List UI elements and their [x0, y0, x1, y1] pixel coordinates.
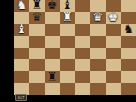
square-e3[interactable] — [75, 59, 90, 71]
square-g7[interactable]: ♚ — [106, 12, 121, 24]
black-rook-icon: ♜ — [31, 0, 42, 11]
square-c2[interactable]: ♜ — [45, 71, 60, 83]
square-b1[interactable] — [29, 83, 44, 95]
square-f7[interactable]: ♛ — [90, 12, 105, 24]
square-b7[interactable]: ♛ — [29, 12, 44, 24]
square-b8[interactable]: ♜ — [29, 0, 44, 12]
white-bishop-icon: ♝ — [16, 24, 27, 35]
square-d1[interactable] — [60, 83, 75, 95]
square-d8[interactable]: ♝ — [60, 0, 75, 12]
square-g3[interactable] — [106, 59, 121, 71]
square-e7[interactable] — [75, 12, 90, 24]
square-c8[interactable]: ♚ — [45, 0, 60, 12]
square-a6[interactable]: ♝ — [14, 24, 29, 36]
black-bishop-icon: ♝ — [62, 0, 73, 11]
square-b2[interactable] — [29, 71, 44, 83]
square-e8[interactable] — [75, 0, 90, 12]
square-e4[interactable] — [75, 48, 90, 60]
square-a3[interactable] — [14, 59, 29, 71]
square-g8[interactable] — [106, 0, 121, 12]
square-e6[interactable] — [75, 24, 90, 36]
square-a2[interactable] — [14, 71, 29, 83]
square-c5[interactable] — [45, 36, 60, 48]
square-b4[interactable] — [29, 48, 44, 60]
square-f3[interactable] — [90, 59, 105, 71]
square-f5[interactable] — [90, 36, 105, 48]
square-f4[interactable] — [90, 48, 105, 60]
square-e1[interactable] — [75, 83, 90, 95]
white-rook-icon: ♜ — [62, 12, 73, 23]
square-g5[interactable] — [106, 36, 121, 48]
square-d7[interactable]: ♜ — [60, 12, 75, 24]
square-a4[interactable] — [14, 48, 29, 60]
square-d4[interactable] — [60, 48, 75, 60]
square-a8[interactable]: ♞ — [14, 0, 29, 12]
square-g6[interactable] — [106, 24, 121, 36]
square-e2[interactable] — [75, 71, 90, 83]
square-f2[interactable] — [90, 71, 105, 83]
square-d5[interactable] — [60, 36, 75, 48]
square-h6[interactable]: ♞ — [121, 24, 136, 36]
square-b6[interactable] — [29, 24, 44, 36]
chess-board: ♞♜♚♝♛♜♛♚♝♞♜ — [14, 0, 136, 95]
square-h4[interactable] — [121, 48, 136, 60]
square-d3[interactable] — [60, 59, 75, 71]
black-king-icon: ♚ — [47, 0, 58, 11]
alt-text-badge[interactable]: ALT — [15, 94, 27, 101]
square-f6[interactable] — [90, 24, 105, 36]
square-h8[interactable] — [121, 0, 136, 12]
square-c6[interactable] — [45, 24, 60, 36]
square-g2[interactable] — [106, 71, 121, 83]
square-g1[interactable] — [106, 83, 121, 95]
square-h7[interactable] — [121, 12, 136, 24]
square-c1[interactable] — [45, 83, 60, 95]
square-e5[interactable] — [75, 36, 90, 48]
square-c7[interactable] — [45, 12, 60, 24]
white-king-icon: ♚ — [108, 12, 119, 23]
square-c3[interactable] — [45, 59, 60, 71]
black-rook-icon: ♜ — [47, 71, 58, 82]
square-f1[interactable] — [90, 83, 105, 95]
square-h3[interactable] — [121, 59, 136, 71]
square-h5[interactable] — [121, 36, 136, 48]
square-h2[interactable] — [121, 71, 136, 83]
white-knight-icon: ♞ — [16, 0, 27, 11]
square-f8[interactable] — [90, 0, 105, 12]
black-queen-icon: ♛ — [31, 12, 42, 23]
white-queen-icon: ♛ — [92, 12, 103, 23]
square-g4[interactable] — [106, 48, 121, 60]
square-d2[interactable] — [60, 71, 75, 83]
square-d6[interactable] — [60, 24, 75, 36]
square-c4[interactable] — [45, 48, 60, 60]
square-a7[interactable] — [14, 12, 29, 24]
black-knight-icon: ♞ — [123, 24, 134, 35]
square-a5[interactable] — [14, 36, 29, 48]
square-b5[interactable] — [29, 36, 44, 48]
square-b3[interactable] — [29, 59, 44, 71]
square-h1[interactable] — [121, 83, 136, 95]
left-black-bar — [0, 0, 14, 102]
